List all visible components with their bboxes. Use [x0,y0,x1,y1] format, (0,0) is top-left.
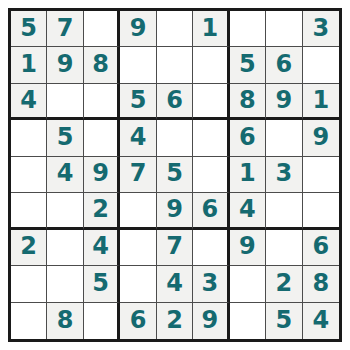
cell-r8c4[interactable] [120,266,156,302]
cell-r3c4[interactable]: 5 [120,84,156,120]
sudoku-board: 5791319856456891546949751329642479654328… [8,8,342,342]
cell-r2c6[interactable] [193,47,229,83]
cell-r3c2[interactable] [47,84,83,120]
cell-r8c1[interactable] [11,266,47,302]
cell-r1c2[interactable]: 7 [47,11,83,47]
cell-r5c3[interactable]: 9 [84,157,120,193]
cell-r7c1[interactable]: 2 [11,230,47,266]
cell-r7c4[interactable] [120,230,156,266]
cell-r5c2[interactable]: 4 [47,157,83,193]
cell-r6c1[interactable] [11,193,47,229]
cell-r5c7[interactable]: 1 [230,157,266,193]
cell-r4c9[interactable]: 9 [303,120,339,156]
cell-r2c5[interactable] [157,47,193,83]
cell-r4c2[interactable]: 5 [47,120,83,156]
cell-r4c6[interactable] [193,120,229,156]
cell-r7c5[interactable]: 7 [157,230,193,266]
cell-r9c4[interactable]: 6 [120,303,156,339]
cell-r3c7[interactable]: 8 [230,84,266,120]
cell-r6c2[interactable] [47,193,83,229]
cell-r1c7[interactable] [230,11,266,47]
cell-r2c7[interactable]: 5 [230,47,266,83]
cell-r8c2[interactable] [47,266,83,302]
cell-r7c2[interactable] [47,230,83,266]
cell-r9c5[interactable]: 2 [157,303,193,339]
cell-r1c4[interactable]: 9 [120,11,156,47]
cell-r1c6[interactable]: 1 [193,11,229,47]
cell-r8c5[interactable]: 4 [157,266,193,302]
cell-r1c8[interactable] [266,11,302,47]
cell-r9c8[interactable]: 5 [266,303,302,339]
cell-r3c3[interactable] [84,84,120,120]
cell-r3c8[interactable]: 9 [266,84,302,120]
cell-r9c1[interactable] [11,303,47,339]
cell-r2c1[interactable]: 1 [11,47,47,83]
cell-r7c6[interactable] [193,230,229,266]
cell-r7c9[interactable]: 6 [303,230,339,266]
cell-r3c6[interactable] [193,84,229,120]
cell-r5c4[interactable]: 7 [120,157,156,193]
cell-r6c5[interactable]: 9 [157,193,193,229]
cell-r5c1[interactable] [11,157,47,193]
cell-r6c8[interactable] [266,193,302,229]
cell-r7c3[interactable]: 4 [84,230,120,266]
cell-r8c9[interactable]: 8 [303,266,339,302]
cell-r2c8[interactable]: 6 [266,47,302,83]
cell-r9c3[interactable] [84,303,120,339]
cell-r3c5[interactable]: 6 [157,84,193,120]
cell-r9c9[interactable]: 4 [303,303,339,339]
cell-r7c7[interactable]: 9 [230,230,266,266]
cell-r6c7[interactable]: 4 [230,193,266,229]
cell-r1c9[interactable]: 3 [303,11,339,47]
cell-r4c1[interactable] [11,120,47,156]
cell-r8c8[interactable]: 2 [266,266,302,302]
cell-r6c6[interactable]: 6 [193,193,229,229]
cell-r2c3[interactable]: 8 [84,47,120,83]
cell-r1c3[interactable] [84,11,120,47]
cell-r1c1[interactable]: 5 [11,11,47,47]
cell-r6c4[interactable] [120,193,156,229]
cell-r5c9[interactable] [303,157,339,193]
cell-r3c1[interactable]: 4 [11,84,47,120]
cell-r3c9[interactable]: 1 [303,84,339,120]
cell-r9c2[interactable]: 8 [47,303,83,339]
cell-r9c6[interactable]: 9 [193,303,229,339]
cell-r1c5[interactable] [157,11,193,47]
cell-r5c5[interactable]: 5 [157,157,193,193]
cell-r8c7[interactable] [230,266,266,302]
cell-r5c6[interactable] [193,157,229,193]
cell-r8c6[interactable]: 3 [193,266,229,302]
cell-r4c3[interactable] [84,120,120,156]
cell-r2c2[interactable]: 9 [47,47,83,83]
cell-r9c7[interactable] [230,303,266,339]
cell-r4c8[interactable] [266,120,302,156]
cell-r4c7[interactable]: 6 [230,120,266,156]
cell-r4c4[interactable]: 4 [120,120,156,156]
cell-r7c8[interactable] [266,230,302,266]
cell-r5c8[interactable]: 3 [266,157,302,193]
cell-r6c9[interactable] [303,193,339,229]
cell-r2c9[interactable] [303,47,339,83]
cell-r2c4[interactable] [120,47,156,83]
cell-r6c3[interactable]: 2 [84,193,120,229]
cell-r4c5[interactable] [157,120,193,156]
cell-r8c3[interactable]: 5 [84,266,120,302]
